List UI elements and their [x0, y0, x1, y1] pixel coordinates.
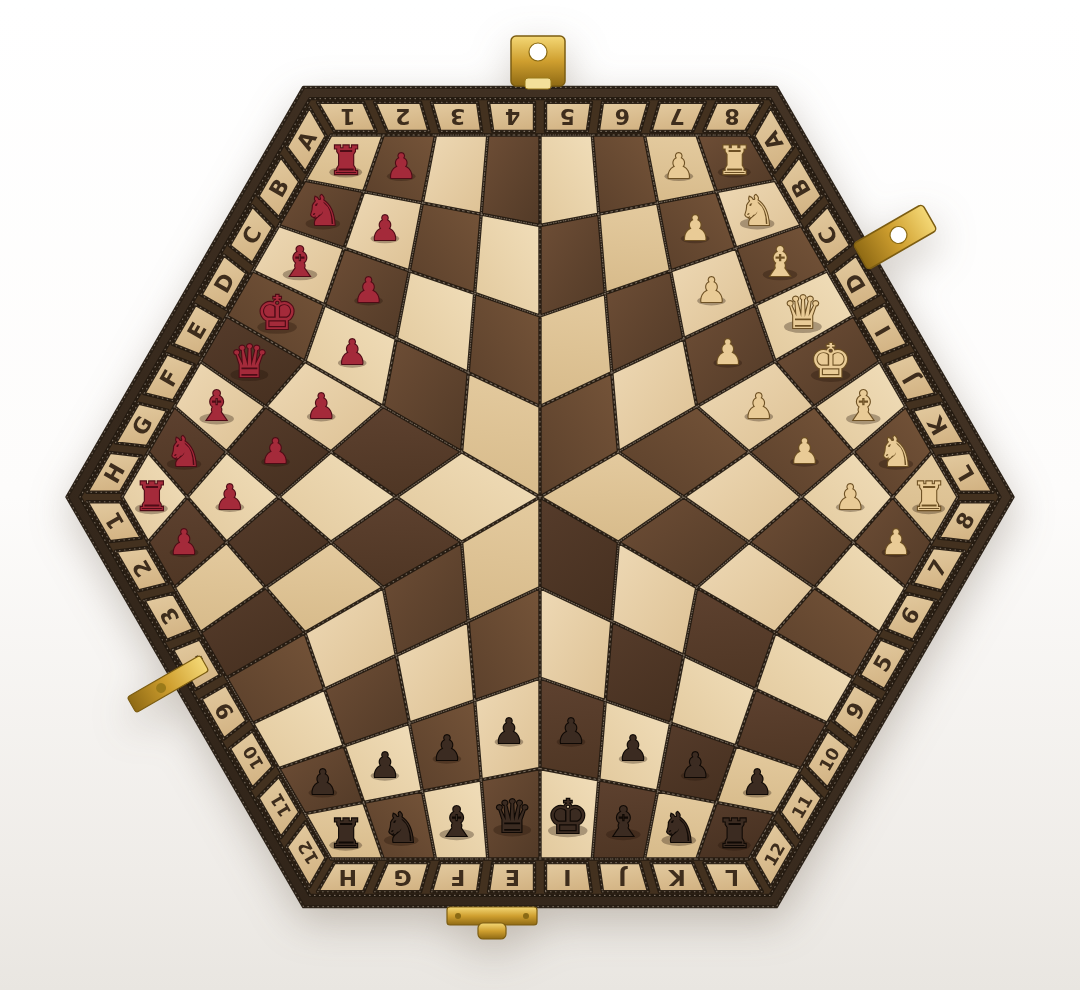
red-bishop[interactable]: ♝: [198, 382, 235, 430]
white-pawn[interactable]: ♟: [664, 146, 694, 186]
red-pawn[interactable]: ♟: [386, 146, 416, 186]
white-knight[interactable]: ♞: [878, 428, 915, 476]
brown-pawn[interactable]: ♟: [618, 728, 648, 768]
brown-pawn[interactable]: ♟: [742, 762, 772, 802]
red-pawn[interactable]: ♟: [215, 477, 245, 517]
coordinate-label: 8: [724, 104, 739, 129]
brown-knight[interactable]: ♞: [660, 804, 697, 852]
brown-rook[interactable]: ♜: [328, 811, 363, 856]
coordinate-label: 4: [505, 104, 520, 129]
coordinate-label: I: [563, 865, 571, 890]
red-queen[interactable]: ♛: [229, 335, 269, 388]
red-rook[interactable]: ♜: [134, 474, 169, 519]
coordinate-label: 2: [395, 104, 410, 129]
coordinate-label: F: [450, 865, 465, 890]
coordinate-label: H: [339, 865, 357, 890]
brown-pawn[interactable]: ♟: [308, 762, 338, 802]
red-bishop[interactable]: ♝: [282, 238, 319, 286]
brown-rook[interactable]: ♜: [717, 811, 752, 856]
white-bishop[interactable]: ♝: [845, 382, 882, 430]
white-pawn[interactable]: ♟: [680, 208, 710, 248]
red-pawn[interactable]: ♟: [370, 208, 400, 248]
cell-a4[interactable]: [481, 135, 540, 226]
brown-pawn[interactable]: ♟: [680, 745, 710, 785]
white-pawn[interactable]: ♟: [789, 431, 819, 471]
coordinate-label: 5: [560, 104, 575, 129]
brown-pawn[interactable]: ♟: [494, 711, 524, 751]
white-king[interactable]: ♚: [810, 333, 852, 388]
red-knight[interactable]: ♞: [304, 187, 341, 235]
coordinate-label: 1: [340, 104, 355, 129]
brown-pawn[interactable]: ♟: [370, 745, 400, 785]
white-pawn[interactable]: ♟: [696, 270, 726, 310]
coordinate-label: G: [394, 865, 412, 890]
white-knight[interactable]: ♞: [739, 187, 776, 235]
white-pawn[interactable]: ♟: [835, 477, 865, 517]
brown-bishop[interactable]: ♝: [605, 798, 642, 846]
coordinate-label: 3: [450, 104, 465, 129]
red-pawn[interactable]: ♟: [353, 270, 383, 310]
red-knight[interactable]: ♞: [166, 428, 203, 476]
product-photo: 12345678ABCDEFGHABCDIJKL1234910111287659…: [0, 0, 1080, 990]
coordinate-label: L: [725, 865, 739, 890]
white-pawn[interactable]: ♟: [744, 386, 774, 426]
red-rook[interactable]: ♜: [328, 138, 363, 183]
red-pawn[interactable]: ♟: [337, 332, 367, 372]
three-player-chessboard: 12345678ABCDEFGHABCDIJKL1234910111287659…: [0, 0, 1080, 990]
coordinate-label: 6: [615, 104, 630, 129]
cell-a5[interactable]: [540, 135, 599, 226]
red-king[interactable]: ♚: [256, 285, 298, 340]
coordinate-label: K: [668, 865, 686, 890]
brown-bishop[interactable]: ♝: [438, 798, 475, 846]
white-rook[interactable]: ♜: [717, 138, 752, 183]
white-bishop[interactable]: ♝: [762, 238, 799, 286]
brown-pawn[interactable]: ♟: [556, 711, 586, 751]
brown-king[interactable]: ♚: [547, 789, 589, 844]
coordinate-label: 7: [670, 104, 685, 129]
brown-knight[interactable]: ♞: [383, 804, 420, 852]
white-pawn[interactable]: ♟: [713, 332, 743, 372]
white-rook[interactable]: ♜: [911, 474, 946, 519]
white-queen[interactable]: ♛: [783, 286, 823, 339]
red-pawn[interactable]: ♟: [169, 522, 199, 562]
coordinate-label: E: [505, 865, 520, 890]
brass-clasp-icon: [511, 36, 565, 89]
red-pawn[interactable]: ♟: [260, 431, 290, 471]
red-pawn[interactable]: ♟: [306, 386, 336, 426]
bottom-hinge-icon: [447, 907, 537, 939]
white-pawn[interactable]: ♟: [881, 522, 911, 562]
coordinate-label: J: [618, 865, 628, 890]
brown-pawn[interactable]: ♟: [432, 728, 462, 768]
brass-latch-icon: [853, 204, 937, 270]
brown-queen[interactable]: ♛: [492, 790, 532, 843]
